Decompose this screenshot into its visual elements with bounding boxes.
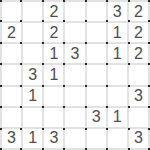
cell-r2c3[interactable]: 2 xyxy=(44,23,63,42)
cell-r2c6[interactable]: 1 xyxy=(108,23,127,42)
cell-r4c1[interactable] xyxy=(2,65,21,84)
cell-r1c1[interactable] xyxy=(2,2,21,21)
clue-number: 3 xyxy=(134,130,143,146)
cell-r1c5[interactable] xyxy=(87,2,106,21)
cell-r1c3[interactable]: 2 xyxy=(44,2,63,21)
cell-r1c6[interactable]: 3 xyxy=(108,2,127,21)
clue-number: 3 xyxy=(134,88,143,104)
cell-r2c7[interactable]: 2 xyxy=(129,23,148,42)
clue-number: 2 xyxy=(49,4,58,20)
clue-number: 1 xyxy=(49,67,58,83)
cell-r5c5[interactable] xyxy=(87,87,106,106)
cell-r4c2[interactable]: 3 xyxy=(23,65,42,84)
cell-r3c3[interactable]: 1 xyxy=(44,44,63,63)
clue-number: 2 xyxy=(134,4,143,20)
cell-r2c1[interactable]: 2 xyxy=(2,23,21,42)
cell-r7c4[interactable] xyxy=(65,129,84,148)
cell-r2c4[interactable] xyxy=(65,23,84,42)
cell-r4c5[interactable] xyxy=(87,65,106,84)
clue-number: 3 xyxy=(7,130,16,146)
cell-r4c6[interactable] xyxy=(108,65,127,84)
clue-number: 3 xyxy=(113,4,122,20)
clue-number: 2 xyxy=(49,25,58,41)
cell-r6c2[interactable] xyxy=(23,108,42,127)
cell-r4c4[interactable] xyxy=(65,65,84,84)
clue-number: 1 xyxy=(113,25,122,41)
cell-r3c4[interactable]: 3 xyxy=(65,44,84,63)
cell-r4c3[interactable]: 1 xyxy=(44,65,63,84)
cell-r1c4[interactable] xyxy=(65,2,84,21)
cell-r1c2[interactable] xyxy=(23,2,42,21)
cell-r6c4[interactable] xyxy=(65,108,84,127)
cell-r3c1[interactable] xyxy=(2,44,21,63)
cell-r4c7[interactable] xyxy=(129,65,148,84)
cell-r6c7[interactable] xyxy=(129,108,148,127)
cell-r2c5[interactable] xyxy=(87,23,106,42)
cell-r3c6[interactable]: 1 xyxy=(108,44,127,63)
clue-number: 1 xyxy=(49,46,58,62)
clue-number: 1 xyxy=(28,88,37,104)
clue-number: 3 xyxy=(28,67,37,83)
cell-r6c1[interactable] xyxy=(2,108,21,127)
cell-r5c4[interactable] xyxy=(65,87,84,106)
cell-r7c5[interactable] xyxy=(87,129,106,148)
cell-r5c1[interactable] xyxy=(2,87,21,106)
cell-r5c2[interactable]: 1 xyxy=(23,87,42,106)
slitherlink-board[interactable]: 232221213123113313133 xyxy=(0,0,150,150)
clue-number: 2 xyxy=(134,46,143,62)
cell-r7c2[interactable]: 1 xyxy=(23,129,42,148)
cell-r6c5[interactable]: 3 xyxy=(87,108,106,127)
cell-r1c7[interactable]: 2 xyxy=(129,2,148,21)
cell-r7c1[interactable]: 3 xyxy=(2,129,21,148)
cell-r3c5[interactable] xyxy=(87,44,106,63)
clue-number: 2 xyxy=(7,25,16,41)
puzzle-grid[interactable]: 232221213123113313133 xyxy=(0,0,150,150)
cell-r7c6[interactable] xyxy=(108,129,127,148)
cell-r3c2[interactable] xyxy=(23,44,42,63)
cell-r7c7[interactable]: 3 xyxy=(129,129,148,148)
clue-number: 1 xyxy=(28,130,37,146)
cell-r7c3[interactable]: 3 xyxy=(44,129,63,148)
clue-number: 1 xyxy=(113,109,122,125)
clue-number: 3 xyxy=(71,46,80,62)
clue-number: 2 xyxy=(134,25,143,41)
cell-r6c6[interactable]: 1 xyxy=(108,108,127,127)
clue-number: 3 xyxy=(49,130,58,146)
clue-number: 1 xyxy=(113,46,122,62)
cell-r5c6[interactable] xyxy=(108,87,127,106)
cell-r3c7[interactable]: 2 xyxy=(129,44,148,63)
cell-r5c3[interactable] xyxy=(44,87,63,106)
cell-r5c7[interactable]: 3 xyxy=(129,87,148,106)
cell-r2c2[interactable] xyxy=(23,23,42,42)
cell-r6c3[interactable] xyxy=(44,108,63,127)
clue-number: 3 xyxy=(92,109,101,125)
